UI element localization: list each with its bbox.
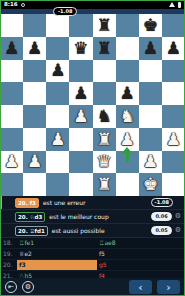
square-h2[interactable] — [162, 151, 185, 174]
white-pawn: ♟ — [27, 153, 42, 170]
square-f6[interactable] — [116, 60, 139, 83]
square-d4[interactable]: ♟ — [69, 105, 92, 128]
square-g6[interactable] — [139, 60, 162, 83]
square-c4[interactable] — [46, 105, 69, 128]
app-screen: 8:16 ♜♚♟♟♛♜♟♟♟♟♟♟♞♞♟♜♟♟♟♟♛♟♜♚ -1.08 20. … — [0, 0, 185, 296]
gear-icon: ⚙ — [25, 284, 31, 291]
status-bar: 8:16 — [0, 0, 185, 9]
eval-pill-mistake: -1.08 — [151, 198, 173, 207]
square-c2[interactable] — [46, 151, 69, 174]
battery-icon — [178, 2, 182, 8]
square-d8[interactable] — [69, 14, 92, 37]
move-number: 19. — [0, 249, 17, 259]
eval-pill-best: 0.06 — [151, 212, 171, 221]
notification-icon — [21, 3, 25, 7]
square-b6[interactable] — [23, 60, 46, 83]
white-rook: ♜ — [96, 131, 111, 148]
black-move[interactable]: ♖ae8 — [97, 238, 185, 248]
square-f8[interactable] — [116, 14, 139, 37]
square-c1[interactable] — [46, 173, 69, 196]
move-number: 20. — [0, 260, 17, 270]
mistake-accent-bar — [0, 196, 2, 209]
square-b2[interactable]: ♟ — [23, 151, 46, 174]
black-pawn: ♟ — [4, 40, 19, 57]
eval-badge: -1.08 — [53, 7, 77, 16]
square-h7[interactable]: ♟ — [162, 37, 185, 60]
white-pawn: ♟ — [143, 153, 158, 170]
annotation-row-best: 20. ♘d3 est le meilleur coup 0.06 ⚙ — [0, 210, 185, 224]
annotation-label: est aussi possible — [52, 227, 105, 234]
square-e4[interactable]: ♞ — [93, 105, 116, 128]
black-pawn: ♟ — [27, 40, 42, 57]
black-pawn: ♟ — [73, 85, 88, 102]
white-pawn: ♟ — [73, 108, 88, 125]
white-move-current[interactable]: f3 — [17, 260, 97, 270]
white-rook: ♜ — [96, 176, 111, 193]
white-queen: ♛ — [96, 153, 111, 170]
move-badge-mistake[interactable]: 20. f3 — [15, 198, 39, 208]
square-f5[interactable]: ♟ — [116, 82, 139, 105]
move-row: 20. f3 g5 — [0, 260, 185, 271]
square-c3[interactable]: ♟ — [46, 128, 69, 151]
square-e1[interactable]: ♜ — [93, 173, 116, 196]
square-g5[interactable] — [139, 82, 162, 105]
square-a5[interactable] — [0, 82, 23, 105]
square-a6[interactable] — [0, 60, 23, 83]
square-c7[interactable] — [46, 37, 69, 60]
next-move-button[interactable]: › — [157, 280, 180, 294]
black-queen: ♛ — [73, 40, 88, 57]
move-row: 18. ♖fe1 ♖ae8 — [0, 238, 185, 249]
square-c6[interactable]: ♟ — [46, 60, 69, 83]
square-h5[interactable] — [162, 82, 185, 105]
square-e8[interactable]: ♜ — [93, 14, 116, 37]
square-a3[interactable] — [0, 128, 23, 151]
gear-icon[interactable]: ⚙ — [175, 213, 181, 220]
last-move-arrow — [122, 147, 132, 163]
annotation-label: est le meilleur coup — [49, 213, 108, 220]
square-c5[interactable] — [46, 82, 69, 105]
black-pawn: ♟ — [50, 62, 65, 79]
square-g1[interactable]: ♚ — [139, 173, 162, 196]
move-badge-best[interactable]: 20. ♘d3 — [15, 212, 45, 222]
black-king: ♚ — [143, 17, 158, 34]
move-list: 18. ♖fe1 ♖ae8 19. ♕e2 f5 20. f3 g5 21. ♘… — [0, 238, 185, 278]
square-b1[interactable] — [23, 173, 46, 196]
black-knight: ♞ — [96, 108, 111, 125]
square-c8[interactable] — [46, 14, 69, 37]
square-e7[interactable]: ♜ — [93, 37, 116, 60]
chevron-right-icon: › — [166, 282, 171, 293]
move-badge-alt[interactable]: 20. ♖fd1 — [15, 226, 48, 236]
square-a1[interactable] — [0, 173, 23, 196]
square-d3[interactable] — [69, 128, 92, 151]
square-h8[interactable] — [162, 14, 185, 37]
exit-button[interactable]: ⇤ — [5, 281, 17, 293]
black-rook: ♜ — [96, 17, 111, 34]
square-h6[interactable] — [162, 60, 185, 83]
square-a2[interactable]: ♟ — [0, 151, 23, 174]
white-pawn: ♟ — [120, 131, 135, 148]
annotation-row-alt: 20. ♖fd1 est aussi possible 0.05 ⚙ — [0, 224, 185, 238]
square-g3[interactable] — [139, 128, 162, 151]
prev-move-button[interactable]: ‹ — [129, 280, 152, 294]
chess-board[interactable]: ♜♚♟♟♛♜♟♟♟♟♟♟♞♞♟♜♟♟♟♟♛♟♜♚ — [0, 14, 185, 196]
square-g4[interactable] — [139, 105, 162, 128]
toolbar: ⇤ ⚙ ‹ › — [0, 278, 185, 296]
square-a8[interactable] — [0, 14, 23, 37]
move-row: 19. ♕e2 f5 — [0, 249, 185, 260]
white-pawn: ♟ — [50, 131, 65, 148]
square-b3[interactable] — [23, 128, 46, 151]
gear-icon[interactable]: ⚙ — [175, 227, 181, 234]
square-g8[interactable]: ♚ — [139, 14, 162, 37]
eval-pill-alt: 0.05 — [151, 226, 171, 235]
exit-icon: ⇤ — [8, 284, 14, 291]
square-d1[interactable] — [69, 173, 92, 196]
settings-button[interactable]: ⚙ — [22, 281, 34, 293]
square-f7[interactable] — [116, 37, 139, 60]
white-pawn: ♟ — [166, 131, 181, 148]
black-pawn: ♟ — [143, 40, 158, 57]
square-h1[interactable] — [162, 173, 185, 196]
square-e2[interactable]: ♛ — [93, 151, 116, 174]
square-e5[interactable] — [93, 82, 116, 105]
analysis-panel: 20. f3 est une erreur -1.08 20. ♘d3 est … — [0, 196, 185, 238]
black-pawn: ♟ — [120, 85, 135, 102]
annotation-label: est une erreur — [43, 199, 86, 206]
black-move[interactable]: g5 — [97, 260, 185, 270]
square-g2[interactable]: ♟ — [139, 151, 162, 174]
clock-time: 8:16 — [4, 0, 18, 9]
square-h3[interactable]: ♟ — [162, 128, 185, 151]
square-d2[interactable] — [69, 151, 92, 174]
black-pawn: ♟ — [166, 40, 181, 57]
black-move[interactable]: f5 — [97, 249, 185, 259]
square-f1[interactable] — [116, 173, 139, 196]
square-d6[interactable] — [69, 60, 92, 83]
square-g7[interactable]: ♟ — [139, 37, 162, 60]
square-b8[interactable] — [23, 14, 46, 37]
black-rook: ♜ — [96, 40, 111, 57]
chevron-left-icon: ‹ — [138, 282, 143, 293]
square-b4[interactable] — [23, 105, 46, 128]
white-knight: ♞ — [120, 108, 135, 125]
square-e3[interactable]: ♜ — [93, 128, 116, 151]
white-move[interactable]: ♕e2 — [17, 249, 97, 259]
move-number: 18. — [0, 238, 17, 248]
square-a4[interactable] — [0, 105, 23, 128]
square-b7[interactable]: ♟ — [23, 37, 46, 60]
square-b5[interactable] — [23, 82, 46, 105]
square-e6[interactable] — [93, 60, 116, 83]
white-move[interactable]: ♖fe1 — [17, 238, 97, 248]
square-a7[interactable]: ♟ — [0, 37, 23, 60]
annotation-row-mistake: 20. f3 est une erreur -1.08 — [0, 196, 185, 210]
square-f4[interactable]: ♞ — [116, 105, 139, 128]
square-d5[interactable]: ♟ — [69, 82, 92, 105]
white-king: ♚ — [143, 176, 158, 193]
white-pawn: ♟ — [4, 153, 19, 170]
square-d7[interactable]: ♛ — [69, 37, 92, 60]
square-h4[interactable] — [162, 105, 185, 128]
wifi-icon — [169, 2, 175, 7]
